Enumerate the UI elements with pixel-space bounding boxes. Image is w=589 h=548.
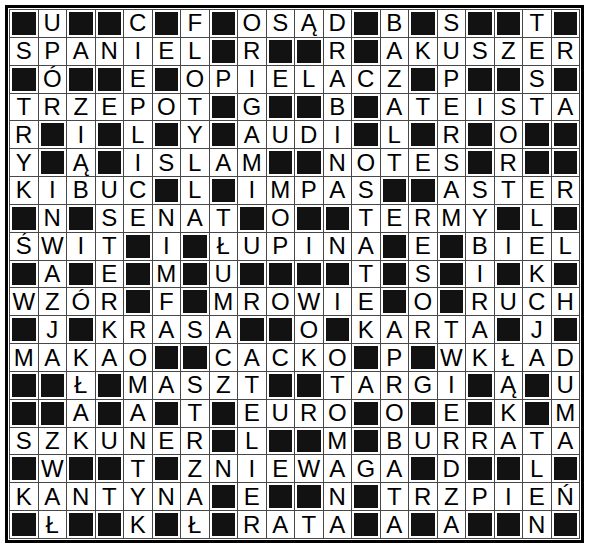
letter-cell-r8c4: S xyxy=(96,205,124,232)
black-square xyxy=(126,290,150,313)
letter-cell-r2c1: S xyxy=(10,38,38,65)
letter-cell-r13c8: C xyxy=(210,344,238,371)
blocked-cell-r15c17 xyxy=(466,400,494,427)
letter-cell-r4c6: O xyxy=(153,94,181,121)
letter-cell-r15c16: E xyxy=(438,400,466,427)
letter-cell-r12c15: R xyxy=(409,316,437,343)
letter-cell-r14c8: Z xyxy=(210,372,238,399)
letter-cell-r17c11: W xyxy=(295,455,323,482)
letter-cell-r8c8: T xyxy=(210,205,238,232)
blocked-cell-r17c6 xyxy=(153,455,181,482)
letter-cell-r14c18: Ą xyxy=(495,372,523,399)
black-square xyxy=(212,513,236,536)
letter-cell-r11c11: W xyxy=(295,288,323,315)
black-square xyxy=(41,151,65,174)
letter-cell-r15c14: O xyxy=(381,400,409,427)
letter-cell-r13c16: W xyxy=(438,344,466,371)
black-square xyxy=(69,68,93,91)
blocked-cell-r10c9 xyxy=(238,261,266,288)
blocked-cell-r1c3 xyxy=(67,10,95,37)
blocked-cell-r12c9 xyxy=(238,316,266,343)
black-square xyxy=(440,235,464,258)
blocked-cell-r16c8 xyxy=(210,428,238,455)
black-square xyxy=(354,430,378,453)
blocked-cell-r7c15 xyxy=(409,177,437,204)
black-square xyxy=(212,485,236,508)
black-square xyxy=(525,402,549,425)
letter-cell-r10c19: K xyxy=(523,261,551,288)
blocked-cell-r19c13 xyxy=(352,511,380,538)
letter-cell-r7c4: U xyxy=(96,177,124,204)
black-square xyxy=(468,457,492,480)
blocked-cell-r3c17 xyxy=(466,66,494,93)
blocked-cell-r4c11 xyxy=(295,94,323,121)
black-square xyxy=(497,263,521,286)
blocked-cell-r19c3 xyxy=(67,511,95,538)
letter-cell-r15c11: R xyxy=(295,400,323,427)
blocked-cell-r18c8 xyxy=(210,483,238,510)
black-square xyxy=(440,290,464,313)
letter-cell-r17c9: I xyxy=(238,455,266,482)
blocked-cell-r2c13 xyxy=(352,38,380,65)
letter-cell-r11c4: R xyxy=(96,288,124,315)
letter-cell-r18c5: Y xyxy=(124,483,152,510)
letter-cell-r12c6: A xyxy=(153,316,181,343)
blocked-cell-r6c20 xyxy=(552,149,580,176)
letter-cell-r6c15: E xyxy=(409,149,437,176)
blocked-cell-r5c6 xyxy=(153,121,181,148)
letter-cell-r1c5: C xyxy=(124,10,152,37)
letter-cell-r7c10: M xyxy=(267,177,295,204)
letter-cell-r10c13: T xyxy=(352,261,380,288)
letter-cell-r3c10: E xyxy=(267,66,295,93)
black-square xyxy=(212,96,236,119)
black-square xyxy=(468,402,492,425)
blocked-cell-r10c7 xyxy=(181,261,209,288)
letter-cell-r17c12: A xyxy=(324,455,352,482)
letter-cell-r4c14: A xyxy=(381,94,409,121)
blocked-cell-r1c8 xyxy=(210,10,238,37)
blocked-cell-r8c9 xyxy=(238,205,266,232)
blocked-cell-r8c20 xyxy=(552,205,580,232)
letter-cell-r13c2: A xyxy=(39,344,67,371)
blocked-cell-r10c10 xyxy=(267,261,295,288)
black-square xyxy=(297,96,321,119)
letter-cell-r6c18: R xyxy=(495,149,523,176)
letter-cell-r12c4: K xyxy=(96,316,124,343)
letter-cell-r13c17: K xyxy=(466,344,494,371)
blocked-cell-r3c1 xyxy=(10,66,38,93)
blocked-cell-r16c11 xyxy=(295,428,323,455)
letter-cell-r6c3: Ą xyxy=(67,149,95,176)
black-square xyxy=(554,12,578,35)
black-square xyxy=(297,430,321,453)
letter-cell-r1c9: O xyxy=(238,10,266,37)
black-square xyxy=(98,151,122,174)
blocked-cell-r14c10 xyxy=(267,372,295,399)
black-square xyxy=(383,290,407,313)
letter-cell-r17c19: L xyxy=(523,455,551,482)
letter-cell-r5c11: D xyxy=(295,121,323,148)
letter-cell-r6c1: Y xyxy=(10,149,38,176)
blocked-cell-r2c11 xyxy=(295,38,323,65)
black-square xyxy=(411,179,435,202)
letter-cell-r12c14: A xyxy=(381,316,409,343)
black-square xyxy=(183,290,207,313)
letter-cell-r19c19: N xyxy=(523,511,551,538)
black-square xyxy=(411,457,435,480)
black-square xyxy=(98,68,122,91)
letter-cell-r4c7: T xyxy=(181,94,209,121)
blocked-cell-r3c18 xyxy=(495,66,523,93)
letter-cell-r7c3: B xyxy=(67,177,95,204)
black-square xyxy=(297,263,321,286)
letter-cell-r6c6: S xyxy=(153,149,181,176)
letter-cell-r10c6: M xyxy=(153,261,181,288)
blocked-cell-r4c8 xyxy=(210,94,238,121)
black-square xyxy=(183,346,207,369)
letter-cell-r13c4: A xyxy=(96,344,124,371)
letter-cell-r1c7: F xyxy=(181,10,209,37)
blocked-cell-r17c4 xyxy=(96,455,124,482)
letter-cell-r18c2: A xyxy=(39,483,67,510)
blocked-cell-r3c4 xyxy=(96,66,124,93)
letter-cell-r2c16: U xyxy=(438,38,466,65)
letter-cell-r19c7: Ł xyxy=(181,511,209,538)
letter-cell-r4c12: B xyxy=(324,94,352,121)
letter-cell-r16c7: R xyxy=(181,428,209,455)
letter-cell-r9c18: I xyxy=(495,233,523,260)
blocked-cell-r9c5 xyxy=(124,233,152,260)
black-square xyxy=(297,485,321,508)
letter-cell-r12c16: T xyxy=(438,316,466,343)
black-square xyxy=(411,68,435,91)
letter-cell-r4c17: I xyxy=(466,94,494,121)
letter-cell-r5c10: U xyxy=(267,121,295,148)
letter-cell-r2c9: R xyxy=(238,38,266,65)
letter-cell-r4c18: S xyxy=(495,94,523,121)
black-square xyxy=(98,123,122,146)
black-square xyxy=(554,263,578,286)
letter-cell-r17c7: Z xyxy=(181,455,209,482)
black-square xyxy=(183,263,207,286)
blocked-cell-r4c10 xyxy=(267,94,295,121)
letter-cell-r17c10: E xyxy=(267,455,295,482)
letter-cell-r3c11: L xyxy=(295,66,323,93)
letter-cell-r11c6: F xyxy=(153,288,181,315)
black-square xyxy=(155,68,179,91)
black-square xyxy=(497,513,521,536)
letter-cell-r7c11: P xyxy=(295,177,323,204)
black-square xyxy=(183,235,207,258)
black-square xyxy=(525,151,549,174)
letter-cell-r18c4: T xyxy=(96,483,124,510)
black-square xyxy=(411,402,435,425)
letter-cell-r5c18: O xyxy=(495,121,523,148)
blocked-cell-r13c15 xyxy=(409,344,437,371)
blocked-cell-r15c8 xyxy=(210,400,238,427)
black-square xyxy=(41,402,65,425)
letter-cell-r9c9: U xyxy=(238,233,266,260)
letter-cell-r6c5: I xyxy=(124,149,152,176)
black-square xyxy=(12,318,36,341)
letter-cell-r7c19: E xyxy=(523,177,551,204)
black-square xyxy=(240,318,264,341)
blocked-cell-r5c8 xyxy=(210,121,238,148)
letter-cell-r1c2: U xyxy=(39,10,67,37)
letter-cell-r12c13: K xyxy=(352,316,380,343)
blocked-cell-r14c19 xyxy=(523,372,551,399)
black-square xyxy=(212,430,236,453)
letter-cell-r19c11: T xyxy=(295,511,323,538)
letter-cell-r18c1: K xyxy=(10,483,38,510)
letter-cell-r3c13: C xyxy=(352,66,380,93)
letter-cell-r19c10: A xyxy=(267,511,295,538)
letter-cell-r13c3: K xyxy=(67,344,95,371)
black-square xyxy=(269,40,293,63)
black-square xyxy=(554,207,578,230)
letter-cell-r15c18: K xyxy=(495,400,523,427)
black-square xyxy=(326,263,350,286)
letter-cell-r2c20: R xyxy=(552,38,580,65)
blocked-cell-r1c18 xyxy=(495,10,523,37)
letter-cell-r11c20: H xyxy=(552,288,580,315)
crossword-board-frame: UCFOSĄDBSTSPANIELRRAKUSZERÓEOPIELACZPSTR… xyxy=(5,5,584,543)
blocked-cell-r19c17 xyxy=(466,511,494,538)
letter-cell-r11c15: O xyxy=(409,288,437,315)
blocked-cell-r7c8 xyxy=(210,177,238,204)
letter-cell-r19c12: A xyxy=(324,511,352,538)
letter-cell-r9c17: B xyxy=(466,233,494,260)
black-square xyxy=(12,457,36,480)
blocked-cell-r5c13 xyxy=(352,121,380,148)
blocked-cell-r18c11 xyxy=(295,483,323,510)
letter-cell-r14c3: Ł xyxy=(67,372,95,399)
letter-cell-r16c3: K xyxy=(67,428,95,455)
letter-cell-r2c15: K xyxy=(409,38,437,65)
black-square xyxy=(69,263,93,286)
letter-cell-r5c5: L xyxy=(124,121,152,148)
letter-cell-r13c10: C xyxy=(267,344,295,371)
letter-cell-r16c2: Z xyxy=(39,428,67,455)
letter-cell-r5c3: I xyxy=(67,121,95,148)
letter-cell-r17c14: A xyxy=(381,455,409,482)
letter-cell-r11c17: R xyxy=(466,288,494,315)
letter-cell-r1c10: S xyxy=(267,10,295,37)
letter-cell-r15c3: A xyxy=(67,400,95,427)
blocked-cell-r2c10 xyxy=(267,38,295,65)
letter-cell-r9c4: T xyxy=(96,233,124,260)
letter-cell-r2c14: A xyxy=(381,38,409,65)
black-square xyxy=(383,263,407,286)
blocked-cell-r1c4 xyxy=(96,10,124,37)
blocked-cell-r3c15 xyxy=(409,66,437,93)
blocked-cell-r16c10 xyxy=(267,428,295,455)
blocked-cell-r5c4 xyxy=(96,121,124,148)
black-square xyxy=(12,513,36,536)
letter-cell-r1c11: Ą xyxy=(295,10,323,37)
letter-cell-r11c1: W xyxy=(10,288,38,315)
letter-cell-r8c15: R xyxy=(409,205,437,232)
letter-cell-r5c16: R xyxy=(438,121,466,148)
blocked-cell-r8c1 xyxy=(10,205,38,232)
letter-cell-r6c9: M xyxy=(238,149,266,176)
blocked-cell-r9c16 xyxy=(438,233,466,260)
letter-cell-r9c19: E xyxy=(523,233,551,260)
letter-cell-r6c13: O xyxy=(352,149,380,176)
letter-cell-r13c11: K xyxy=(295,344,323,371)
blocked-cell-r15c19 xyxy=(523,400,551,427)
black-square xyxy=(155,402,179,425)
letter-cell-r15c10: U xyxy=(267,400,295,427)
crossword-page: UCFOSĄDBSTSPANIELRRAKUSZERÓEOPIELACZPSTR… xyxy=(0,0,589,548)
black-square xyxy=(155,12,179,35)
black-square xyxy=(440,263,464,286)
letter-cell-r11c8: M xyxy=(210,288,238,315)
letter-cell-r12c17: A xyxy=(466,316,494,343)
letter-cell-r9c15: E xyxy=(409,233,437,260)
blocked-cell-r5c19 xyxy=(523,121,551,148)
letter-cell-r12c5: R xyxy=(124,316,152,343)
blocked-cell-r8c3 xyxy=(67,205,95,232)
letter-cell-r14c12: T xyxy=(324,372,352,399)
letter-cell-r2c12: R xyxy=(324,38,352,65)
blocked-cell-r5c2 xyxy=(39,121,67,148)
black-square xyxy=(468,123,492,146)
blocked-cell-r6c11 xyxy=(295,149,323,176)
black-square xyxy=(269,318,293,341)
letter-cell-r3c19: S xyxy=(523,66,551,93)
blocked-cell-r15c4 xyxy=(96,400,124,427)
blocked-cell-r12c12 xyxy=(324,316,352,343)
blocked-cell-r19c8 xyxy=(210,511,238,538)
letter-cell-r6c16: S xyxy=(438,149,466,176)
blocked-cell-r7c6 xyxy=(153,177,181,204)
letter-cell-r8c16: M xyxy=(438,205,466,232)
letter-cell-r9c11: I xyxy=(295,233,323,260)
blocked-cell-r6c19 xyxy=(523,149,551,176)
black-square xyxy=(212,179,236,202)
blocked-cell-r15c15 xyxy=(409,400,437,427)
blocked-cell-r11c14 xyxy=(381,288,409,315)
letter-cell-r15c9: E xyxy=(238,400,266,427)
letter-cell-r8c7: A xyxy=(181,205,209,232)
letter-cell-r11c13: E xyxy=(352,288,380,315)
letter-cell-r8c13: T xyxy=(352,205,380,232)
letter-cell-r8c5: E xyxy=(124,205,152,232)
black-square xyxy=(497,12,521,35)
blocked-cell-r10c18 xyxy=(495,261,523,288)
black-square xyxy=(269,374,293,397)
black-square xyxy=(383,235,407,258)
letter-cell-r7c1: K xyxy=(10,177,38,204)
letter-cell-r6c12: N xyxy=(324,149,352,176)
letter-cell-r13c1: M xyxy=(10,344,38,371)
blocked-cell-r12c20 xyxy=(552,316,580,343)
black-square xyxy=(354,40,378,63)
blocked-cell-r16c13 xyxy=(352,428,380,455)
blocked-cell-r17c17 xyxy=(466,455,494,482)
letter-cell-r18c15: R xyxy=(409,483,437,510)
letter-cell-r16c15: U xyxy=(409,428,437,455)
blocked-cell-r9c7 xyxy=(181,233,209,260)
blocked-cell-r17c15 xyxy=(409,455,437,482)
letter-cell-r15c5: A xyxy=(124,400,152,427)
letter-cell-r17c16: D xyxy=(438,455,466,482)
letter-cell-r1c12: D xyxy=(324,10,352,37)
letter-cell-r14c9: T xyxy=(238,372,266,399)
letter-cell-r10c17: I xyxy=(466,261,494,288)
letter-cell-r2c18: Z xyxy=(495,38,523,65)
letter-cell-r2c7: L xyxy=(181,38,209,65)
black-square xyxy=(411,513,435,536)
blocked-cell-r13c7 xyxy=(181,344,209,371)
black-square xyxy=(468,513,492,536)
letter-cell-r13c9: A xyxy=(238,344,266,371)
letter-cell-r16c14: B xyxy=(381,428,409,455)
letter-cell-r9c10: P xyxy=(267,233,295,260)
letter-cell-r11c3: Ó xyxy=(67,288,95,315)
letter-cell-r18c18: I xyxy=(495,483,523,510)
letter-cell-r16c6: E xyxy=(153,428,181,455)
blocked-cell-r6c2 xyxy=(39,149,67,176)
letter-cell-r11c19: C xyxy=(523,288,551,315)
blocked-cell-r11c5 xyxy=(124,288,152,315)
letter-cell-r13c19: A xyxy=(523,344,551,371)
blocked-cell-r10c14 xyxy=(381,261,409,288)
black-square xyxy=(98,457,122,480)
blocked-cell-r14c1 xyxy=(10,372,38,399)
letter-cell-r18c20: Ń xyxy=(552,483,580,510)
black-square xyxy=(554,318,578,341)
blocked-cell-r10c11 xyxy=(295,261,323,288)
letter-cell-r15c7: T xyxy=(181,400,209,427)
letter-cell-r8c10: O xyxy=(267,205,295,232)
letter-cell-r4c5: P xyxy=(124,94,152,121)
letter-cell-r14c5: M xyxy=(124,372,152,399)
black-square xyxy=(69,513,93,536)
letter-cell-r5c12: I xyxy=(324,121,352,148)
black-square xyxy=(69,318,93,341)
black-square xyxy=(12,12,36,35)
letter-cell-r8c6: N xyxy=(153,205,181,232)
blocked-cell-r4c13 xyxy=(352,94,380,121)
black-square xyxy=(269,485,293,508)
black-square xyxy=(525,374,549,397)
black-square xyxy=(354,123,378,146)
letter-cell-r14c7: S xyxy=(181,372,209,399)
letter-cell-r16c4: U xyxy=(96,428,124,455)
letter-cell-r18c6: N xyxy=(153,483,181,510)
black-square xyxy=(126,235,150,258)
black-square xyxy=(269,263,293,286)
black-square xyxy=(468,151,492,174)
blocked-cell-r14c4 xyxy=(96,372,124,399)
black-square xyxy=(69,12,93,35)
blocked-cell-r18c10 xyxy=(267,483,295,510)
letter-cell-r11c12: I xyxy=(324,288,352,315)
black-square xyxy=(554,457,578,480)
letter-cell-r8c17: Y xyxy=(466,205,494,232)
blocked-cell-r11c7 xyxy=(181,288,209,315)
blocked-cell-r13c6 xyxy=(153,344,181,371)
letter-cell-r9c13: A xyxy=(352,233,380,260)
black-square xyxy=(12,263,36,286)
letter-cell-r12c7: S xyxy=(181,316,209,343)
blocked-cell-r3c20 xyxy=(552,66,580,93)
blocked-cell-r1c13 xyxy=(352,10,380,37)
letter-cell-r4c19: T xyxy=(523,94,551,121)
